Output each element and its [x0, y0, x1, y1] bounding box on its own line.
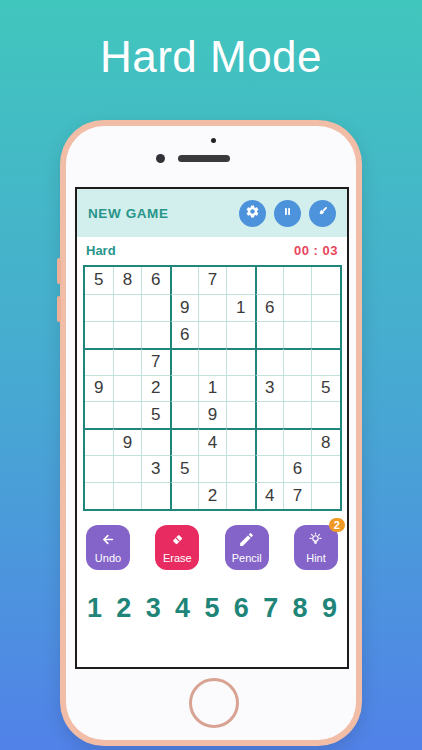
home-button[interactable]: [189, 678, 239, 728]
sudoku-cell[interactable]: [141, 321, 169, 348]
sudoku-cell[interactable]: [255, 455, 283, 482]
sudoku-cell[interactable]: [198, 455, 226, 482]
sudoku-cell[interactable]: [113, 455, 141, 482]
sudoku-cell[interactable]: 2: [141, 375, 169, 402]
sudoku-cell[interactable]: [198, 294, 226, 321]
sudoku-cell[interactable]: [283, 348, 311, 375]
undo-arrow-icon: [100, 531, 117, 550]
sudoku-cell[interactable]: [226, 455, 254, 482]
sudoku-cell[interactable]: 7: [283, 482, 311, 509]
banner-title: Hard Mode: [0, 32, 422, 82]
sudoku-cell[interactable]: 5: [170, 455, 198, 482]
sudoku-cell[interactable]: [85, 455, 113, 482]
sudoku-cell[interactable]: [141, 294, 169, 321]
sudoku-cell[interactable]: [85, 321, 113, 348]
timer: 00 : 03: [294, 243, 338, 258]
sudoku-cell[interactable]: 7: [198, 267, 226, 294]
sudoku-cell[interactable]: [85, 428, 113, 455]
erase-label: Erase: [163, 552, 192, 564]
numpad-2[interactable]: 2: [116, 595, 131, 622]
sudoku-cell[interactable]: 5: [311, 375, 339, 402]
sudoku-cell[interactable]: [170, 428, 198, 455]
sudoku-cell[interactable]: [170, 348, 198, 375]
sudoku-cell[interactable]: [311, 348, 339, 375]
sudoku-cell[interactable]: 4: [255, 482, 283, 509]
sudoku-cell[interactable]: [255, 428, 283, 455]
number-pad: 123456789: [77, 595, 347, 622]
sudoku-cell[interactable]: [226, 428, 254, 455]
front-camera: [156, 154, 165, 163]
sudoku-cell[interactable]: [283, 294, 311, 321]
pencil-label: Pencil: [232, 552, 262, 564]
sudoku-cell[interactable]: [198, 348, 226, 375]
volume-up-button: [57, 258, 61, 284]
sudoku-cell[interactable]: 6: [255, 294, 283, 321]
gear-icon: [245, 204, 260, 223]
sudoku-cell[interactable]: 5: [141, 401, 169, 428]
sudoku-cell[interactable]: [283, 321, 311, 348]
sudoku-cell[interactable]: [311, 455, 339, 482]
sudoku-cell[interactable]: [283, 428, 311, 455]
sudoku-cell[interactable]: 7: [141, 348, 169, 375]
numpad-5[interactable]: 5: [204, 595, 219, 622]
sudoku-cell[interactable]: 3: [141, 455, 169, 482]
sudoku-cell[interactable]: [311, 267, 339, 294]
sudoku-cell[interactable]: [255, 348, 283, 375]
sudoku-cell[interactable]: [283, 401, 311, 428]
sudoku-grid: 5867916679213559948356247: [83, 265, 342, 511]
status-row: Hard 00 : 03: [77, 237, 347, 264]
sudoku-cell[interactable]: 4: [198, 428, 226, 455]
sudoku-cell[interactable]: [226, 482, 254, 509]
toolbar: Undo Erase Pencil 2 Hint: [77, 525, 347, 570]
volume-down-button: [57, 296, 61, 322]
sudoku-cell[interactable]: [141, 428, 169, 455]
sudoku-cell[interactable]: [170, 401, 198, 428]
sudoku-cell[interactable]: 9: [170, 294, 198, 321]
sudoku-cell[interactable]: 9: [198, 401, 226, 428]
sudoku-cell[interactable]: 3: [255, 375, 283, 402]
sudoku-cell[interactable]: [311, 482, 339, 509]
lightbulb-icon: [307, 531, 324, 550]
undo-button[interactable]: Undo: [86, 525, 130, 570]
numpad-3[interactable]: 3: [146, 595, 161, 622]
sudoku-cell[interactable]: [255, 267, 283, 294]
pause-button[interactable]: [274, 200, 301, 227]
sudoku-cell[interactable]: [113, 482, 141, 509]
hint-button[interactable]: 2 Hint: [294, 525, 338, 570]
sudoku-cell[interactable]: [226, 267, 254, 294]
sudoku-cell[interactable]: [311, 294, 339, 321]
sudoku-cell[interactable]: [226, 401, 254, 428]
app-title: NEW GAME: [88, 206, 169, 221]
app-header: NEW GAME: [77, 189, 347, 237]
sudoku-cell[interactable]: 5: [85, 267, 113, 294]
sudoku-cell[interactable]: [170, 375, 198, 402]
erase-button[interactable]: Erase: [155, 525, 199, 570]
sudoku-cell[interactable]: [113, 321, 141, 348]
difficulty-label: Hard: [86, 243, 116, 258]
sudoku-cell[interactable]: [113, 401, 141, 428]
sudoku-cell[interactable]: 6: [141, 267, 169, 294]
sudoku-cell[interactable]: [85, 348, 113, 375]
sudoku-cell[interactable]: [226, 375, 254, 402]
sudoku-cell[interactable]: [226, 348, 254, 375]
app-screen: NEW GAME Hard 00: [75, 187, 349, 669]
pencil-icon: [238, 531, 255, 550]
sudoku-cell[interactable]: [113, 348, 141, 375]
sudoku-cell[interactable]: 1: [198, 375, 226, 402]
numpad-4[interactable]: 4: [175, 595, 190, 622]
sudoku-cell[interactable]: [170, 267, 198, 294]
sudoku-cell[interactable]: 6: [170, 321, 198, 348]
sudoku-cell[interactable]: [170, 482, 198, 509]
numpad-1[interactable]: 1: [87, 595, 102, 622]
phone-frame: NEW GAME Hard 00: [60, 120, 362, 746]
sudoku-cell[interactable]: [226, 321, 254, 348]
sudoku-cell[interactable]: 8: [311, 428, 339, 455]
numpad-8[interactable]: 8: [293, 595, 308, 622]
promo-background: Hard Mode NEW GAME: [0, 0, 422, 750]
numpad-9[interactable]: 9: [322, 595, 337, 622]
settings-button[interactable]: [239, 200, 266, 227]
sudoku-cell[interactable]: [283, 375, 311, 402]
sudoku-cell[interactable]: [113, 294, 141, 321]
sudoku-cell[interactable]: 6: [283, 455, 311, 482]
sudoku-cell[interactable]: [311, 321, 339, 348]
theme-button[interactable]: [309, 200, 336, 227]
eraser-icon: [169, 531, 186, 550]
undo-label: Undo: [95, 552, 121, 564]
proximity-sensor-dot: [211, 138, 216, 143]
numpad-6[interactable]: 6: [234, 595, 249, 622]
sudoku-cell[interactable]: [311, 401, 339, 428]
pencil-button[interactable]: Pencil: [225, 525, 269, 570]
sudoku-cell[interactable]: [255, 321, 283, 348]
sudoku-cell[interactable]: [113, 375, 141, 402]
pause-icon: [280, 204, 295, 223]
sudoku-cell[interactable]: [85, 294, 113, 321]
sudoku-cell[interactable]: 1: [226, 294, 254, 321]
sudoku-cell[interactable]: [255, 401, 283, 428]
sudoku-cell[interactable]: 2: [198, 482, 226, 509]
numpad-7[interactable]: 7: [263, 595, 278, 622]
sudoku-cell[interactable]: [85, 401, 113, 428]
phone-face: NEW GAME Hard 00: [66, 126, 356, 740]
earpiece-speaker: [178, 155, 230, 162]
sudoku-cell[interactable]: 9: [113, 428, 141, 455]
sudoku-cell[interactable]: [198, 321, 226, 348]
sudoku-cell[interactable]: [283, 267, 311, 294]
paint-brush-icon: [315, 204, 330, 223]
hint-label: Hint: [306, 552, 326, 564]
hint-badge: 2: [329, 518, 345, 532]
sudoku-cell[interactable]: 9: [85, 375, 113, 402]
sudoku-cell[interactable]: [85, 482, 113, 509]
sudoku-cell[interactable]: 8: [113, 267, 141, 294]
sudoku-cell[interactable]: [141, 482, 169, 509]
